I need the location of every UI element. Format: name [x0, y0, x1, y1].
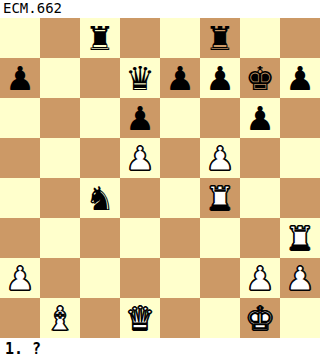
white-rook-piece: ♜: [280, 218, 320, 258]
black-pawn-piece: ♟: [200, 58, 240, 98]
square-c2[interactable]: [80, 258, 120, 298]
square-c6[interactable]: [80, 98, 120, 138]
square-h7[interactable]: ♟: [280, 58, 320, 98]
square-d2[interactable]: [120, 258, 160, 298]
chess-app-window: ECM.662 ♜♜♟♛♟♟♚♟♟♟♟♟♞♜♜♟♟♟♝♛♚ 1. ?: [0, 0, 320, 360]
square-h8[interactable]: [280, 18, 320, 58]
black-rook-piece: ♜: [200, 18, 240, 58]
square-b1[interactable]: ♝: [40, 298, 80, 338]
white-rook-piece: ♜: [200, 178, 240, 218]
square-e2[interactable]: [160, 258, 200, 298]
white-king-piece: ♚: [240, 298, 280, 338]
square-c7[interactable]: [80, 58, 120, 98]
square-f1[interactable]: [200, 298, 240, 338]
square-b5[interactable]: [40, 138, 80, 178]
black-queen-piece: ♛: [120, 58, 160, 98]
square-e3[interactable]: [160, 218, 200, 258]
square-a7[interactable]: ♟: [0, 58, 40, 98]
square-g2[interactable]: ♟: [240, 258, 280, 298]
square-b7[interactable]: [40, 58, 80, 98]
square-a5[interactable]: [0, 138, 40, 178]
square-a2[interactable]: ♟: [0, 258, 40, 298]
black-rook-piece: ♜: [80, 18, 120, 58]
square-g5[interactable]: [240, 138, 280, 178]
square-h2[interactable]: ♟: [280, 258, 320, 298]
white-pawn-piece: ♟: [240, 258, 280, 298]
move-prompt: 1. ?: [0, 338, 320, 360]
square-b2[interactable]: [40, 258, 80, 298]
square-b6[interactable]: [40, 98, 80, 138]
square-c3[interactable]: [80, 218, 120, 258]
square-f4[interactable]: ♜: [200, 178, 240, 218]
square-c1[interactable]: [80, 298, 120, 338]
square-d3[interactable]: [120, 218, 160, 258]
square-e7[interactable]: ♟: [160, 58, 200, 98]
square-e1[interactable]: [160, 298, 200, 338]
square-d5[interactable]: ♟: [120, 138, 160, 178]
square-g8[interactable]: [240, 18, 280, 58]
white-pawn-piece: ♟: [200, 138, 240, 178]
square-f6[interactable]: [200, 98, 240, 138]
square-d6[interactable]: ♟: [120, 98, 160, 138]
square-h3[interactable]: ♜: [280, 218, 320, 258]
position-label: ECM.662: [0, 0, 320, 18]
black-pawn-piece: ♟: [0, 58, 40, 98]
square-a3[interactable]: [0, 218, 40, 258]
square-h5[interactable]: [280, 138, 320, 178]
square-b8[interactable]: [40, 18, 80, 58]
square-c4[interactable]: ♞: [80, 178, 120, 218]
square-g1[interactable]: ♚: [240, 298, 280, 338]
square-g3[interactable]: [240, 218, 280, 258]
white-pawn-piece: ♟: [280, 258, 320, 298]
square-e6[interactable]: [160, 98, 200, 138]
square-f7[interactable]: ♟: [200, 58, 240, 98]
black-knight-piece: ♞: [80, 178, 120, 218]
square-h4[interactable]: [280, 178, 320, 218]
square-a6[interactable]: [0, 98, 40, 138]
black-pawn-piece: ♟: [160, 58, 200, 98]
black-pawn-piece: ♟: [120, 98, 160, 138]
square-d4[interactable]: [120, 178, 160, 218]
square-a4[interactable]: [0, 178, 40, 218]
black-king-piece: ♚: [240, 58, 280, 98]
square-c5[interactable]: [80, 138, 120, 178]
square-g6[interactable]: ♟: [240, 98, 280, 138]
white-pawn-piece: ♟: [0, 258, 40, 298]
white-pawn-piece: ♟: [120, 138, 160, 178]
square-f2[interactable]: [200, 258, 240, 298]
square-b3[interactable]: [40, 218, 80, 258]
square-b4[interactable]: [40, 178, 80, 218]
square-d8[interactable]: [120, 18, 160, 58]
square-e8[interactable]: [160, 18, 200, 58]
square-h6[interactable]: [280, 98, 320, 138]
square-d7[interactable]: ♛: [120, 58, 160, 98]
square-a8[interactable]: [0, 18, 40, 58]
square-c8[interactable]: ♜: [80, 18, 120, 58]
square-f5[interactable]: ♟: [200, 138, 240, 178]
square-e5[interactable]: [160, 138, 200, 178]
chess-board: ♜♜♟♛♟♟♚♟♟♟♟♟♞♜♜♟♟♟♝♛♚: [0, 18, 320, 338]
square-e4[interactable]: [160, 178, 200, 218]
black-pawn-piece: ♟: [280, 58, 320, 98]
white-queen-piece: ♛: [120, 298, 160, 338]
square-h1[interactable]: [280, 298, 320, 338]
square-f8[interactable]: ♜: [200, 18, 240, 58]
white-bishop-piece: ♝: [40, 298, 80, 338]
square-a1[interactable]: [0, 298, 40, 338]
square-g7[interactable]: ♚: [240, 58, 280, 98]
square-d1[interactable]: ♛: [120, 298, 160, 338]
square-g4[interactable]: [240, 178, 280, 218]
black-pawn-piece: ♟: [240, 98, 280, 138]
square-f3[interactable]: [200, 218, 240, 258]
